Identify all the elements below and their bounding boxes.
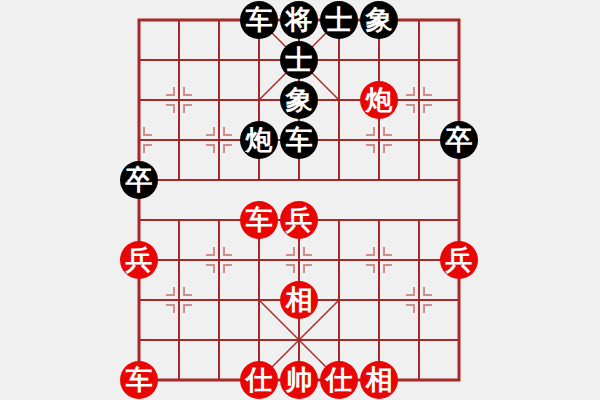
piece-red-soldier[interactable]: 兵: [120, 241, 158, 279]
piece-black-soldier[interactable]: 卒: [120, 161, 158, 199]
piece-red-elephant[interactable]: 相: [360, 361, 398, 399]
piece-red-general[interactable]: 帅: [280, 361, 318, 399]
xiangqi-board[interactable]: 车将士象士象炮炮车卒卒车兵兵兵相车仕帅仕相: [119, 0, 479, 400]
piece-grid: 车将士象士象炮炮车卒卒车兵兵兵相车仕帅仕相: [119, 0, 479, 400]
piece-black-chariot[interactable]: 车: [280, 121, 318, 159]
piece-black-soldier[interactable]: 卒: [440, 121, 478, 159]
piece-red-chariot[interactable]: 车: [120, 361, 158, 399]
piece-black-general[interactable]: 将: [280, 1, 318, 39]
piece-red-chariot[interactable]: 车: [240, 201, 278, 239]
piece-black-advisor[interactable]: 士: [320, 1, 358, 39]
piece-red-soldier[interactable]: 兵: [280, 201, 318, 239]
xiangqi-app: 车将士象士象炮炮车卒卒车兵兵兵相车仕帅仕相: [0, 0, 600, 400]
piece-red-soldier[interactable]: 兵: [440, 241, 478, 279]
piece-red-advisor[interactable]: 仕: [240, 361, 278, 399]
piece-black-chariot[interactable]: 车: [240, 1, 278, 39]
piece-red-cannon[interactable]: 炮: [360, 81, 398, 119]
piece-black-elephant[interactable]: 象: [360, 1, 398, 39]
piece-red-advisor[interactable]: 仕: [320, 361, 358, 399]
piece-black-advisor[interactable]: 士: [280, 41, 318, 79]
piece-black-cannon[interactable]: 炮: [240, 121, 278, 159]
piece-red-elephant[interactable]: 相: [280, 281, 318, 319]
piece-black-elephant[interactable]: 象: [280, 81, 318, 119]
